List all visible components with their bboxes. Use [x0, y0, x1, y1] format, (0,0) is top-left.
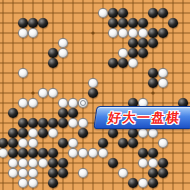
- black-stone: [48, 118, 58, 128]
- white-stone: [38, 88, 48, 98]
- black-stone: [18, 148, 28, 158]
- black-stone: [148, 38, 158, 48]
- white-stone: [98, 8, 108, 18]
- black-stone: [0, 138, 8, 148]
- white-stone: [158, 138, 168, 148]
- white-stone: [88, 78, 98, 88]
- white-stone: [78, 148, 88, 158]
- black-stone: [48, 48, 58, 58]
- black-stone: [138, 148, 148, 158]
- white-stone: [58, 38, 68, 48]
- black-stone: [58, 168, 68, 178]
- white-stone: [8, 158, 18, 168]
- black-stone: [38, 128, 48, 138]
- black-stone: [128, 18, 138, 28]
- white-stone: [78, 118, 88, 128]
- black-stone: [108, 58, 118, 68]
- white-stone: [138, 28, 148, 38]
- black-stone: [148, 8, 158, 18]
- black-stone: [108, 128, 118, 138]
- black-stone: [118, 8, 128, 18]
- caption-banner: 好大一盘棋: [93, 106, 190, 129]
- white-stone: [68, 138, 78, 148]
- black-stone: [148, 28, 158, 38]
- black-stone: [28, 148, 38, 158]
- black-stone: [128, 38, 138, 48]
- white-stone: [138, 178, 148, 188]
- black-stone: [38, 148, 48, 158]
- white-stone: [18, 168, 28, 178]
- last-move-marker: [80, 100, 86, 106]
- white-stone: [68, 148, 78, 158]
- black-stone: [68, 108, 78, 118]
- black-stone: [28, 118, 38, 128]
- black-stone: [148, 148, 158, 158]
- white-stone: [158, 68, 168, 78]
- black-stone: [158, 158, 168, 168]
- black-stone: [148, 178, 158, 188]
- white-stone: [58, 48, 68, 58]
- black-stone: [118, 138, 128, 148]
- black-stone: [148, 168, 158, 178]
- black-stone: [148, 78, 158, 88]
- black-stone: [18, 118, 28, 128]
- white-stone: [118, 168, 128, 178]
- white-stone: [0, 148, 8, 158]
- white-stone: [158, 78, 168, 88]
- white-stone: [88, 148, 98, 158]
- black-stone: [98, 138, 108, 148]
- white-stone: [68, 118, 78, 128]
- white-stone: [28, 168, 38, 178]
- white-stone: [48, 128, 58, 138]
- black-stone: [58, 118, 68, 128]
- black-stone: [138, 38, 148, 48]
- white-stone: [148, 128, 158, 138]
- black-stone: [158, 28, 168, 38]
- go-board[interactable]: 好大一盘棋: [0, 0, 190, 190]
- caption-text: 好大一盘棋: [108, 111, 182, 124]
- black-stone: [8, 138, 18, 148]
- black-stone: [48, 178, 58, 188]
- white-stone: [18, 138, 28, 148]
- white-stone: [28, 128, 38, 138]
- black-stone: [58, 138, 68, 148]
- black-stone: [128, 48, 138, 58]
- white-stone: [18, 178, 28, 188]
- white-stone: [68, 98, 78, 108]
- black-stone: [28, 18, 38, 28]
- white-stone: [18, 68, 28, 78]
- white-stone: [98, 148, 108, 158]
- white-stone: [28, 98, 38, 108]
- black-stone: [138, 48, 148, 58]
- black-stone: [108, 8, 118, 18]
- white-stone: [28, 28, 38, 38]
- black-stone: [108, 158, 118, 168]
- black-stone: [8, 148, 18, 158]
- black-stone: [58, 158, 68, 168]
- white-stone: [8, 168, 18, 178]
- black-stone: [58, 108, 68, 118]
- go-app-screen: 好大一盘棋: [0, 0, 190, 190]
- white-stone: [118, 48, 128, 58]
- black-stone: [128, 178, 138, 188]
- white-stone: [128, 28, 138, 38]
- white-stone: [28, 138, 38, 148]
- white-stone: [138, 158, 148, 168]
- white-stone: [108, 28, 118, 38]
- white-stone: [58, 98, 68, 108]
- black-stone: [8, 128, 18, 138]
- black-stone: [128, 138, 138, 148]
- white-stone: [128, 58, 138, 68]
- white-stone: [118, 28, 128, 38]
- white-stone: [28, 158, 38, 168]
- white-stone: [78, 168, 88, 178]
- black-stone: [158, 8, 168, 18]
- black-stone: [108, 18, 118, 28]
- black-stone: [148, 68, 158, 78]
- black-stone: [38, 118, 48, 128]
- black-stone: [48, 148, 58, 158]
- white-stone: [38, 158, 48, 168]
- white-stone: [18, 28, 28, 38]
- white-stone: [48, 88, 58, 98]
- white-stone: [28, 178, 38, 188]
- white-stone: [18, 158, 28, 168]
- white-stone: [148, 158, 158, 168]
- black-stone: [118, 18, 128, 28]
- black-stone: [8, 108, 18, 118]
- white-stone: [78, 98, 88, 108]
- black-stone: [18, 18, 28, 28]
- black-stone: [88, 88, 98, 98]
- black-stone: [48, 168, 58, 178]
- black-stone: [118, 58, 128, 68]
- black-stone: [128, 128, 138, 138]
- white-stone: [138, 128, 148, 138]
- black-stone: [48, 158, 58, 168]
- black-stone: [78, 128, 88, 138]
- black-stone: [18, 128, 28, 138]
- black-stone: [38, 18, 48, 28]
- black-stone: [168, 18, 178, 28]
- black-stone: [138, 18, 148, 28]
- black-stone: [158, 168, 168, 178]
- white-stone: [18, 98, 28, 108]
- black-stone: [48, 58, 58, 68]
